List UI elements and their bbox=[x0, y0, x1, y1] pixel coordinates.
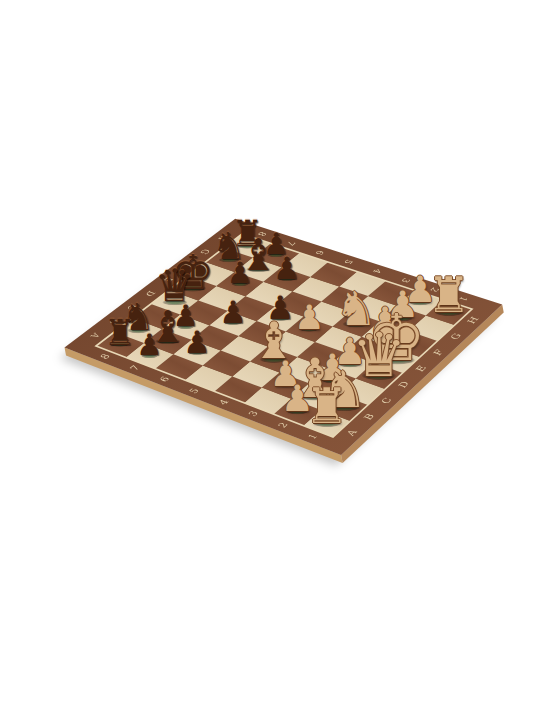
piece-white-rook-a1[interactable]: ♜ bbox=[305, 383, 349, 432]
piece-black-rook-a8[interactable]: ♜ bbox=[104, 314, 136, 350]
piece-black-pawn-b6[interactable]: ♟ bbox=[183, 327, 211, 358]
piece-black-pawn-a7[interactable]: ♟ bbox=[136, 331, 162, 360]
piece-black-pawn-g6[interactable]: ♟ bbox=[273, 254, 301, 285]
piece-black-pawn-d6[interactable]: ♟ bbox=[219, 297, 247, 328]
piece-black-pawn-f7[interactable]: ♟ bbox=[227, 259, 253, 288]
chessboard-photo-stage: 11AA22BB33CC44DD55EE66FF77GG88HH♜♞♛♚♜♟♝♟… bbox=[0, 0, 540, 720]
piece-white-rook-h1[interactable]: ♜ bbox=[427, 271, 471, 320]
piece-white-pawn-e4[interactable]: ♟ bbox=[294, 301, 324, 335]
